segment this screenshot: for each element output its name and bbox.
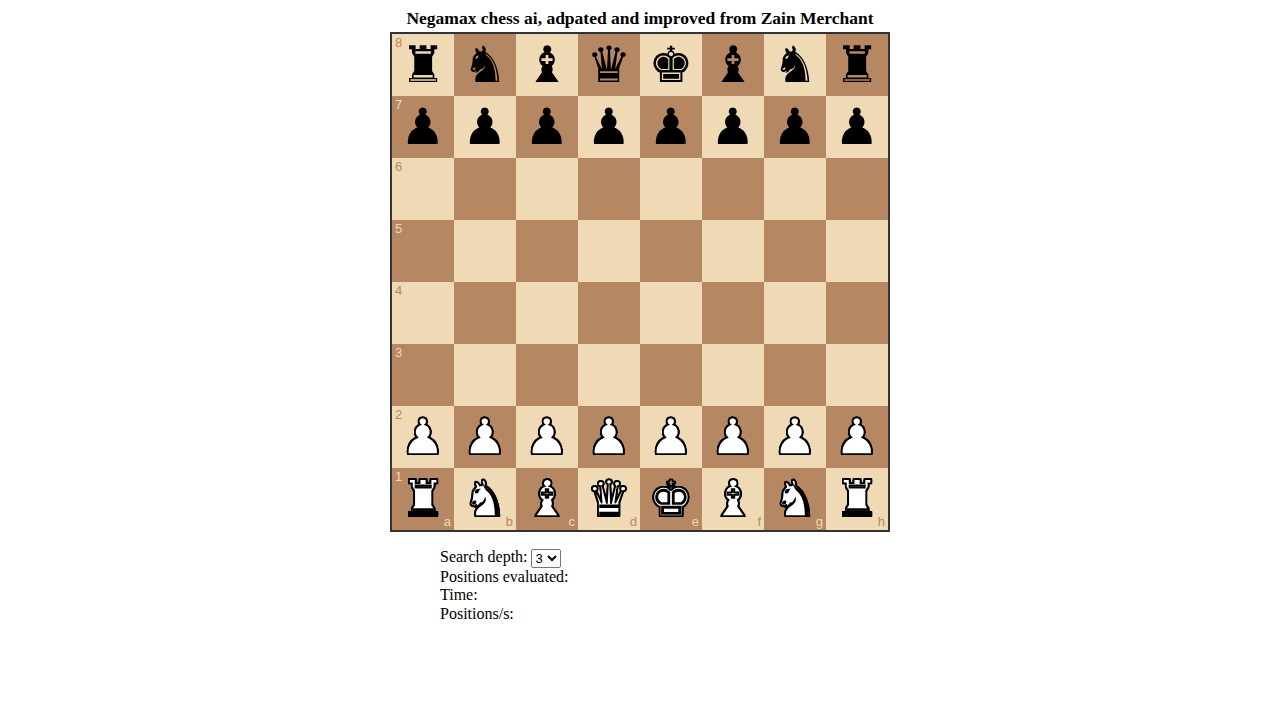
square-c6[interactable] (516, 158, 578, 220)
square-h5[interactable] (826, 220, 888, 282)
square-e4[interactable] (640, 282, 702, 344)
square-a5[interactable]: 5 (392, 220, 454, 282)
square-e8[interactable]: ♚ (640, 34, 702, 96)
square-f7[interactable]: ♟ (702, 96, 764, 158)
piece-white-pawn: ♟ (578, 406, 640, 468)
square-e6[interactable] (640, 158, 702, 220)
square-d1[interactable]: d♛ (578, 468, 640, 530)
time-row: Time: (440, 586, 890, 605)
piece-white-rook: ♜ (392, 468, 454, 530)
square-b7[interactable]: ♟ (454, 96, 516, 158)
piece-white-king: ♚ (640, 468, 702, 530)
rank-label-4: 4 (395, 284, 402, 297)
square-f3[interactable] (702, 344, 764, 406)
square-h1[interactable]: h♜ (826, 468, 888, 530)
square-h2[interactable]: ♟ (826, 406, 888, 468)
rank-label-6: 6 (395, 160, 402, 173)
square-f4[interactable] (702, 282, 764, 344)
piece-black-pawn: ♟ (826, 96, 888, 158)
square-b1[interactable]: b♞ (454, 468, 516, 530)
square-h4[interactable] (826, 282, 888, 344)
piece-black-bishop: ♝ (702, 34, 764, 96)
square-d4[interactable] (578, 282, 640, 344)
square-g2[interactable]: ♟ (764, 406, 826, 468)
square-d2[interactable]: ♟ (578, 406, 640, 468)
square-a3[interactable]: 3 (392, 344, 454, 406)
positions-evaluated-row: Positions evaluated: (440, 568, 890, 587)
square-d6[interactable] (578, 158, 640, 220)
square-b5[interactable] (454, 220, 516, 282)
positions-evaluated-label: Positions evaluated: (440, 568, 568, 585)
positions-per-second-label: Positions/s: (440, 605, 514, 622)
piece-white-pawn: ♟ (764, 406, 826, 468)
controls-panel: Search depth:3 Positions evaluated: Time… (440, 548, 890, 623)
piece-black-knight: ♞ (454, 34, 516, 96)
piece-white-knight: ♞ (764, 468, 826, 530)
square-c7[interactable]: ♟ (516, 96, 578, 158)
square-g8[interactable]: ♞ (764, 34, 826, 96)
piece-black-bishop: ♝ (516, 34, 578, 96)
piece-black-pawn: ♟ (764, 96, 826, 158)
piece-white-queen: ♛ (578, 468, 640, 530)
square-b8[interactable]: ♞ (454, 34, 516, 96)
square-a7[interactable]: 7♟ (392, 96, 454, 158)
piece-black-pawn: ♟ (516, 96, 578, 158)
square-h7[interactable]: ♟ (826, 96, 888, 158)
square-b4[interactable] (454, 282, 516, 344)
piece-black-pawn: ♟ (640, 96, 702, 158)
square-b3[interactable] (454, 344, 516, 406)
square-g5[interactable] (764, 220, 826, 282)
piece-black-pawn: ♟ (392, 96, 454, 158)
piece-white-pawn: ♟ (454, 406, 516, 468)
square-c5[interactable] (516, 220, 578, 282)
square-b2[interactable]: ♟ (454, 406, 516, 468)
square-a6[interactable]: 6 (392, 158, 454, 220)
piece-white-bishop: ♝ (516, 468, 578, 530)
search-depth-label: Search depth: (440, 548, 528, 565)
piece-black-rook: ♜ (826, 34, 888, 96)
square-d5[interactable] (578, 220, 640, 282)
piece-white-pawn: ♟ (826, 406, 888, 468)
square-a1[interactable]: 1a♜ (392, 468, 454, 530)
square-c2[interactable]: ♟ (516, 406, 578, 468)
page-title: Negamax chess ai, adpated and improved f… (390, 8, 890, 28)
square-e7[interactable]: ♟ (640, 96, 702, 158)
square-c8[interactable]: ♝ (516, 34, 578, 96)
square-a2[interactable]: 2♟ (392, 406, 454, 468)
piece-black-knight: ♞ (764, 34, 826, 96)
square-g4[interactable] (764, 282, 826, 344)
square-d8[interactable]: ♛ (578, 34, 640, 96)
square-c1[interactable]: c♝ (516, 468, 578, 530)
square-f5[interactable] (702, 220, 764, 282)
rank-label-5: 5 (395, 222, 402, 235)
square-c3[interactable] (516, 344, 578, 406)
square-a8[interactable]: 8♜ (392, 34, 454, 96)
square-h6[interactable] (826, 158, 888, 220)
piece-white-pawn: ♟ (640, 406, 702, 468)
piece-black-queen: ♛ (578, 34, 640, 96)
piece-black-pawn: ♟ (578, 96, 640, 158)
piece-white-rook: ♜ (826, 468, 888, 530)
square-f1[interactable]: f♝ (702, 468, 764, 530)
piece-black-pawn: ♟ (702, 96, 764, 158)
piece-white-pawn: ♟ (516, 406, 578, 468)
square-e5[interactable] (640, 220, 702, 282)
square-d3[interactable] (578, 344, 640, 406)
square-d7[interactable]: ♟ (578, 96, 640, 158)
square-g6[interactable] (764, 158, 826, 220)
square-e1[interactable]: e♚ (640, 468, 702, 530)
piece-black-king: ♚ (640, 34, 702, 96)
square-f2[interactable]: ♟ (702, 406, 764, 468)
piece-black-pawn: ♟ (454, 96, 516, 158)
square-e2[interactable]: ♟ (640, 406, 702, 468)
square-b6[interactable] (454, 158, 516, 220)
square-g3[interactable] (764, 344, 826, 406)
page-container: Negamax chess ai, adpated and improved f… (390, 8, 890, 623)
square-c4[interactable] (516, 282, 578, 344)
square-g1[interactable]: g♞ (764, 468, 826, 530)
piece-white-bishop: ♝ (702, 468, 764, 530)
square-a4[interactable]: 4 (392, 282, 454, 344)
search-depth-select[interactable]: 3 (531, 549, 561, 568)
square-f8[interactable]: ♝ (702, 34, 764, 96)
positions-per-second-row: Positions/s: (440, 605, 890, 624)
time-label: Time: (440, 586, 478, 603)
chess-board: 8♜♞♝♛♚♝♞♜7♟♟♟♟♟♟♟♟65432♟♟♟♟♟♟♟♟1a♜b♞c♝d♛… (390, 32, 890, 532)
piece-white-knight: ♞ (454, 468, 516, 530)
square-h3[interactable] (826, 344, 888, 406)
rank-label-3: 3 (395, 346, 402, 359)
square-e3[interactable] (640, 344, 702, 406)
square-g7[interactable]: ♟ (764, 96, 826, 158)
piece-white-pawn: ♟ (702, 406, 764, 468)
piece-white-pawn: ♟ (392, 406, 454, 468)
square-f6[interactable] (702, 158, 764, 220)
piece-black-rook: ♜ (392, 34, 454, 96)
square-h8[interactable]: ♜ (826, 34, 888, 96)
search-depth-row: Search depth:3 (440, 548, 890, 568)
